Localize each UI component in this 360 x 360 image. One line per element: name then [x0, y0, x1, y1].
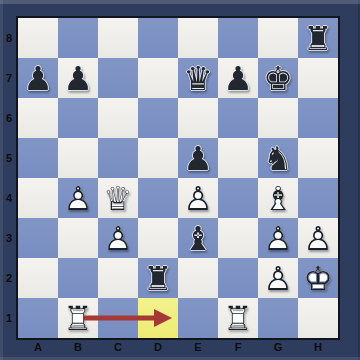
square-g1[interactable] [258, 298, 298, 338]
square-h5[interactable] [298, 138, 338, 178]
square-e1[interactable] [178, 298, 218, 338]
square-h6[interactable] [298, 98, 338, 138]
square-h7[interactable] [298, 58, 338, 98]
square-d8[interactable] [138, 18, 178, 58]
square-g2[interactable]: ♟♙ [258, 258, 298, 298]
square-f8[interactable] [218, 18, 258, 58]
square-f1[interactable]: ♜♖ [218, 298, 258, 338]
rank-label-3: 3 [0, 218, 18, 258]
rank-label-4: 4 [0, 178, 18, 218]
square-g4[interactable]: ♝♗ [258, 178, 298, 218]
black-king[interactable]: ♚ [258, 58, 298, 98]
white-pawn[interactable]: ♟♙ [258, 218, 298, 258]
white-pawn[interactable]: ♟♙ [298, 218, 338, 258]
square-g6[interactable] [258, 98, 298, 138]
black-knight[interactable]: ♞ [258, 138, 298, 178]
square-c6[interactable] [98, 98, 138, 138]
square-a8[interactable] [18, 18, 58, 58]
file-label-d: D [138, 338, 178, 356]
file-label-g: G [258, 338, 298, 356]
square-e4[interactable]: ♟♙ [178, 178, 218, 218]
square-a4[interactable] [18, 178, 58, 218]
square-b7[interactable]: ♟ [58, 58, 98, 98]
square-g8[interactable] [258, 18, 298, 58]
square-a6[interactable] [18, 98, 58, 138]
square-f2[interactable] [218, 258, 258, 298]
file-label-e: E [178, 338, 218, 356]
rank-label-1: 1 [0, 298, 18, 338]
square-b4[interactable]: ♟♙ [58, 178, 98, 218]
square-d3[interactable] [138, 218, 178, 258]
square-g7[interactable]: ♚ [258, 58, 298, 98]
white-pawn[interactable]: ♟♙ [178, 178, 218, 218]
square-h8[interactable]: ♜ [298, 18, 338, 58]
rank-label-8: 8 [0, 18, 18, 58]
square-b3[interactable] [58, 218, 98, 258]
square-e2[interactable] [178, 258, 218, 298]
white-king[interactable]: ♚♔ [298, 258, 338, 298]
black-pawn[interactable]: ♟ [218, 58, 258, 98]
square-c8[interactable] [98, 18, 138, 58]
file-label-h: H [298, 338, 338, 356]
file-labels: ABCDEFGH [18, 338, 338, 360]
white-bishop[interactable]: ♝♗ [258, 178, 298, 218]
square-h1[interactable] [298, 298, 338, 338]
square-d5[interactable] [138, 138, 178, 178]
square-b5[interactable] [58, 138, 98, 178]
square-e5[interactable]: ♟ [178, 138, 218, 178]
white-pawn[interactable]: ♟♙ [258, 258, 298, 298]
white-pawn[interactable]: ♟♙ [58, 178, 98, 218]
square-b2[interactable] [58, 258, 98, 298]
square-h4[interactable] [298, 178, 338, 218]
square-a3[interactable] [18, 218, 58, 258]
square-c7[interactable] [98, 58, 138, 98]
square-b6[interactable] [58, 98, 98, 138]
square-c2[interactable] [98, 258, 138, 298]
black-pawn[interactable]: ♟ [178, 138, 218, 178]
square-g5[interactable]: ♞ [258, 138, 298, 178]
square-f6[interactable] [218, 98, 258, 138]
square-e3[interactable]: ♝ [178, 218, 218, 258]
square-f3[interactable] [218, 218, 258, 258]
square-c4[interactable]: ♛♕ [98, 178, 138, 218]
square-b8[interactable] [58, 18, 98, 58]
file-label-a: A [18, 338, 58, 356]
file-label-f: F [218, 338, 258, 356]
square-e6[interactable] [178, 98, 218, 138]
square-f7[interactable]: ♟ [218, 58, 258, 98]
chess-board: ♜♟♟♛♟♚♟♞♟♙♛♕♟♙♝♗♟♙♝♟♙♟♙♜♟♙♚♔♜♖♜♖ [18, 18, 338, 338]
square-d1[interactable] [138, 298, 178, 338]
square-d7[interactable] [138, 58, 178, 98]
rank-label-6: 6 [0, 98, 18, 138]
square-h3[interactable]: ♟♙ [298, 218, 338, 258]
square-h2[interactable]: ♚♔ [298, 258, 338, 298]
black-rook[interactable]: ♜ [298, 18, 338, 58]
square-a2[interactable] [18, 258, 58, 298]
rank-labels: 87654321 [0, 18, 18, 338]
square-d6[interactable] [138, 98, 178, 138]
file-label-c: C [98, 338, 138, 356]
black-rook[interactable]: ♜ [138, 258, 178, 298]
rank-label-5: 5 [0, 138, 18, 178]
square-g3[interactable]: ♟♙ [258, 218, 298, 258]
black-pawn[interactable]: ♟ [58, 58, 98, 98]
square-d4[interactable] [138, 178, 178, 218]
rank-label-7: 7 [0, 58, 18, 98]
black-queen[interactable]: ♛ [178, 58, 218, 98]
square-e8[interactable] [178, 18, 218, 58]
square-c5[interactable] [98, 138, 138, 178]
square-e7[interactable]: ♛ [178, 58, 218, 98]
file-label-b: B [58, 338, 98, 356]
black-pawn[interactable]: ♟ [18, 58, 58, 98]
white-rook[interactable]: ♜♖ [58, 298, 98, 338]
square-c1[interactable] [98, 298, 138, 338]
square-d2[interactable]: ♜ [138, 258, 178, 298]
square-a1[interactable] [18, 298, 58, 338]
chess-board-frame: 87654321 ♜♟♟♛♟♚♟♞♟♙♛♕♟♙♝♗♟♙♝♟♙♟♙♜♟♙♚♔♜♖♜… [0, 0, 360, 360]
white-queen[interactable]: ♛♕ [98, 178, 138, 218]
square-a7[interactable]: ♟ [18, 58, 58, 98]
square-f4[interactable] [218, 178, 258, 218]
white-rook[interactable]: ♜♖ [218, 298, 258, 338]
square-c3[interactable]: ♟♙ [98, 218, 138, 258]
rank-label-2: 2 [0, 258, 18, 298]
square-f5[interactable] [218, 138, 258, 178]
square-b1[interactable]: ♜♖ [58, 298, 98, 338]
black-bishop[interactable]: ♝ [178, 218, 218, 258]
square-a5[interactable] [18, 138, 58, 178]
white-pawn[interactable]: ♟♙ [98, 218, 138, 258]
